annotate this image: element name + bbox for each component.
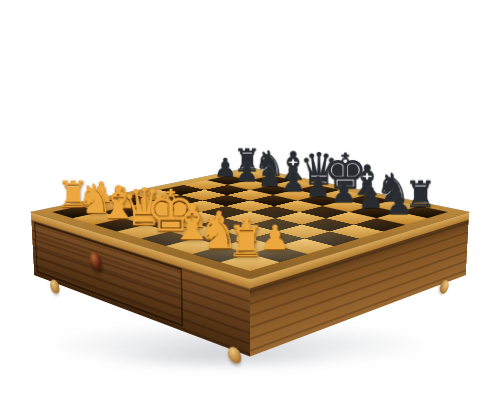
stage: ♜♞♝♛♚♝♞♜♟♟♟♟♟♟♟♟♟♟♟♟♟♟♟♟♜♞♝♛♚♝♞♜ (0, 0, 500, 420)
chess-box: ♜♞♝♛♚♝♞♜♟♟♟♟♟♟♟♟♟♟♟♟♟♟♟♟♜♞♝♛♚♝♞♜ (31, 168, 469, 279)
piece-white-rook[interactable]: ♜ (226, 220, 268, 263)
box-foot-center (227, 345, 241, 366)
box-foot-right (440, 279, 449, 296)
piece-black-pawn[interactable]: ♟ (382, 189, 418, 219)
product-photo-backdrop: ♜♞♝♛♚♝♞♜♟♟♟♟♟♟♟♟♟♟♟♟♟♟♟♟♜♞♝♛♚♝♞♜ (0, 0, 500, 420)
